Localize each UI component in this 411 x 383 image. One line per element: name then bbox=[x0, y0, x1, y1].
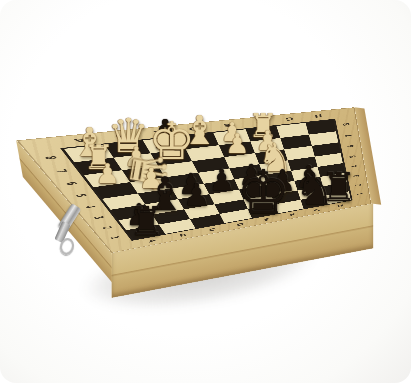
file-label-front-e: E bbox=[264, 218, 271, 222]
file-label-back-f: F bbox=[255, 119, 263, 124]
file-label-front-b: B bbox=[179, 233, 188, 237]
rank-label-right-5: 5 bbox=[349, 155, 357, 158]
file-label-front-g: G bbox=[313, 208, 320, 212]
file-label-back-d: D bbox=[188, 126, 199, 131]
rank-label-left-7: 7 bbox=[53, 169, 68, 174]
rank-label-right-6: 6 bbox=[347, 144, 355, 147]
rank-label-right-7: 7 bbox=[345, 134, 354, 137]
rank-label-left-2: 2 bbox=[100, 226, 113, 230]
file-label-back-c: C bbox=[152, 130, 163, 135]
rank-label-left-1: 1 bbox=[108, 236, 121, 240]
file-label-back-e: E bbox=[223, 123, 232, 128]
file-label-back-g: G bbox=[285, 116, 294, 121]
rank-label-right-3: 3 bbox=[353, 174, 361, 177]
rank-label-right-2: 2 bbox=[355, 183, 363, 186]
file-label-front-d: D bbox=[236, 223, 245, 227]
file-label-back-h: H bbox=[314, 113, 323, 118]
metal-clasp bbox=[54, 202, 88, 254]
file-label-front-f: F bbox=[289, 213, 295, 217]
rank-label-left-3: 3 bbox=[91, 216, 104, 220]
file-label-front-c: C bbox=[208, 228, 216, 232]
chess-set-photo: AABBCCDDEEFFGGHH1122334455667788 ♜♟♝♝♟♛♟… bbox=[0, 0, 411, 383]
rank-label-right-8: 8 bbox=[342, 123, 351, 127]
rank-label-right-4: 4 bbox=[351, 165, 359, 168]
rank-label-left-6: 6 bbox=[63, 181, 78, 185]
file-label-front-a: A bbox=[148, 239, 158, 243]
file-label-back-b: B bbox=[114, 133, 126, 138]
file-label-back-a: A bbox=[73, 137, 87, 143]
rank-label-left-8: 8 bbox=[42, 156, 58, 161]
file-label-front-h: H bbox=[337, 204, 344, 208]
rank-label-left-5: 5 bbox=[73, 193, 87, 197]
rank-label-right-1: 1 bbox=[357, 192, 365, 195]
